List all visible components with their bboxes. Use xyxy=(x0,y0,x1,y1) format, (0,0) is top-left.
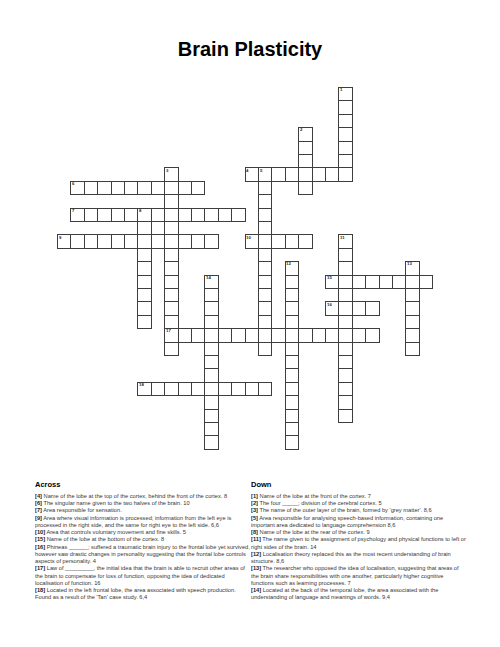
clue-down-5: [5] Area responsible for analysing speec… xyxy=(251,514,467,529)
grid-cell-r26c17[interactable] xyxy=(285,435,299,449)
grid-cell-r9c3[interactable] xyxy=(97,208,111,222)
grid-cell-r12c6[interactable] xyxy=(137,248,151,262)
grid-cell-r16c22[interactable] xyxy=(352,301,366,315)
grid-cell-r15c8[interactable] xyxy=(164,288,178,302)
grid-cell-r20c17[interactable] xyxy=(285,355,299,369)
grid-cell-r11c3[interactable] xyxy=(97,234,111,248)
grid-cell-r5c21[interactable] xyxy=(338,154,352,168)
grid-cell-r14c23[interactable] xyxy=(365,275,379,289)
grid-cell-r18c10[interactable] xyxy=(191,328,205,342)
grid-cell-r17c8[interactable] xyxy=(164,315,178,329)
grid-cell-r12c8[interactable] xyxy=(164,248,178,262)
grid-cell-r6c20[interactable] xyxy=(325,167,339,181)
grid-cell-r15c11[interactable] xyxy=(204,288,218,302)
grid-cell-r20c11[interactable] xyxy=(204,355,218,369)
grid-cell-r7c2[interactable] xyxy=(84,181,98,195)
grid-cell-r15c17[interactable] xyxy=(285,288,299,302)
grid-cell-r7c4[interactable] xyxy=(111,181,125,195)
grid-cell-r9c7[interactable] xyxy=(151,208,165,222)
grid-cell-r16c15[interactable] xyxy=(258,301,272,315)
cell-number-12: 12 xyxy=(286,262,291,266)
grid-cell-r10c15[interactable] xyxy=(258,221,272,235)
grid-cell-r7c8[interactable] xyxy=(164,181,178,195)
grid-cell-r22c13[interactable] xyxy=(231,382,245,396)
cell-number-10: 10 xyxy=(246,236,251,240)
clue-down-3: [3] The name of the outer layer of the b… xyxy=(251,507,467,514)
grid-cell-r18c11[interactable] xyxy=(204,328,218,342)
grid-cell-r15c15[interactable] xyxy=(258,288,272,302)
grid-cell-r23c11[interactable] xyxy=(204,395,218,409)
clue-across-7: [7] Area responsible for sensation. xyxy=(35,507,251,514)
grid-cell-r16c17[interactable] xyxy=(285,301,299,315)
grid-cell-r23c21[interactable] xyxy=(338,395,352,409)
clue-down-2: [2] The four _____; division of the cere… xyxy=(251,499,467,506)
clue-across-10: [10] Area that controls voluntary moveme… xyxy=(35,528,251,535)
grid-cell-r11c2[interactable] xyxy=(84,234,98,248)
grid-cell-r14c6[interactable] xyxy=(137,275,151,289)
clue-across-18: [18] Located in the left frontal lobe, t… xyxy=(35,586,251,601)
grid-cell-r18c20[interactable] xyxy=(325,328,339,342)
clue-down-8: [8] Name of the lobe at the rear of the … xyxy=(251,528,467,535)
clue-across-6: [6] The singular name given to the two h… xyxy=(35,499,251,506)
cell-number-11: 11 xyxy=(340,236,345,240)
grid-cell-r21c21[interactable] xyxy=(338,368,352,382)
grid-cell-r22c15[interactable] xyxy=(258,382,272,396)
cell-number-13: 13 xyxy=(407,262,412,266)
grid-cell-r9c13[interactable] xyxy=(231,208,245,222)
cell-number-1: 1 xyxy=(340,88,342,92)
grid-cell-r17c26[interactable] xyxy=(405,315,419,329)
grid-cell-r11c15[interactable] xyxy=(258,234,272,248)
grid-cell-r11c16[interactable] xyxy=(271,234,285,248)
grid-cell-r6c19[interactable] xyxy=(312,167,326,181)
grid-cell-r2c21[interactable] xyxy=(338,114,352,128)
grid-cell-r12c21[interactable] xyxy=(338,248,352,262)
crossword-grid: 123456789101112131415161718 xyxy=(57,87,435,451)
grid-cell-r6c16[interactable] xyxy=(271,167,285,181)
clue-across-17: [17] Law of _________, the initial idea … xyxy=(35,565,251,587)
grid-cell-r25c11[interactable] xyxy=(204,422,218,436)
cell-number-16: 16 xyxy=(327,303,332,307)
grid-cell-r7c5[interactable] xyxy=(124,181,138,195)
grid-cell-r18c17[interactable] xyxy=(285,328,299,342)
grid-cell-r6c17[interactable] xyxy=(285,167,299,181)
grid-cell-r16c21[interactable] xyxy=(338,301,352,315)
clue-across-15: [15] Name of the lobe at the bottom of t… xyxy=(35,536,251,543)
page-title: Brain Plasticity xyxy=(0,38,500,61)
grid-cell-r14c15[interactable] xyxy=(258,275,272,289)
grid-cell-r7c9[interactable] xyxy=(178,181,192,195)
across-heading: Across xyxy=(35,480,251,488)
grid-cell-r9c15[interactable] xyxy=(258,208,272,222)
grid-cell-r18c16[interactable] xyxy=(271,328,285,342)
grid-cell-r4c18[interactable] xyxy=(298,141,312,155)
grid-cell-r22c7[interactable] xyxy=(151,382,165,396)
clue-across-16: [16] Phineas ______; suffered a traumati… xyxy=(35,543,251,565)
grid-cell-r16c11[interactable] xyxy=(204,301,218,315)
grid-cell-r17c15[interactable] xyxy=(258,315,272,329)
grid-cell-r21c17[interactable] xyxy=(285,368,299,382)
grid-cell-r10c8[interactable] xyxy=(164,221,178,235)
grid-cell-r18c13[interactable] xyxy=(231,328,245,342)
grid-cell-r8c8[interactable] xyxy=(164,194,178,208)
grid-cell-r11c5[interactable] xyxy=(124,234,138,248)
grid-cell-r10c6[interactable] xyxy=(137,221,151,235)
grid-cell-r7c3[interactable] xyxy=(97,181,111,195)
grid-cell-r18c9[interactable] xyxy=(178,328,192,342)
grid-cell-r22c11[interactable] xyxy=(204,382,218,396)
grid-cell-r9c10[interactable] xyxy=(191,208,205,222)
grid-cell-r12c15[interactable] xyxy=(258,248,272,262)
grid-cell-r21c11[interactable] xyxy=(204,368,218,382)
grid-cell-r15c21[interactable] xyxy=(338,288,352,302)
cell-number-3: 3 xyxy=(166,169,168,173)
grid-cell-r14c22[interactable] xyxy=(352,275,366,289)
grid-cell-r16c26[interactable] xyxy=(405,301,419,315)
grid-cell-r11c1[interactable] xyxy=(70,234,84,248)
grid-cell-r19c15[interactable] xyxy=(258,342,272,356)
grid-cell-r23c17[interactable] xyxy=(285,395,299,409)
grid-cell-r22c8[interactable] xyxy=(164,382,178,396)
grid-cell-r22c14[interactable] xyxy=(245,382,259,396)
grid-cell-r11c10[interactable] xyxy=(191,234,205,248)
grid-cell-r26c11[interactable] xyxy=(204,435,218,449)
clue-down-14: [14] Located at the back of the temporal… xyxy=(251,586,467,601)
grid-cell-r18c21[interactable] xyxy=(338,328,352,342)
grid-cell-r11c6[interactable] xyxy=(137,234,151,248)
grid-cell-r16c8[interactable] xyxy=(164,301,178,315)
grid-cell-r14c17[interactable] xyxy=(285,275,299,289)
cell-number-5: 5 xyxy=(260,169,262,173)
grid-cell-r20c21[interactable] xyxy=(338,355,352,369)
grid-cell-r6c21[interactable] xyxy=(338,167,352,181)
grid-cell-r18c19[interactable] xyxy=(312,328,326,342)
grid-cell-r14c25[interactable] xyxy=(392,275,406,289)
grid-cell-r24c17[interactable] xyxy=(285,409,299,423)
grid-cell-r9c4[interactable] xyxy=(111,208,125,222)
grid-cell-r19c17[interactable] xyxy=(285,342,299,356)
cell-number-2: 2 xyxy=(300,128,302,132)
grid-cell-r9c5[interactable] xyxy=(124,208,138,222)
grid-cell-r3c21[interactable] xyxy=(338,127,352,141)
grid-cell-r13c8[interactable] xyxy=(164,261,178,275)
grid-cell-r13c6[interactable] xyxy=(137,261,151,275)
grid-cell-r11c17[interactable] xyxy=(285,234,299,248)
grid-cell-r17c21[interactable] xyxy=(338,315,352,329)
grid-cell-r7c10[interactable] xyxy=(191,181,205,195)
across-clue-list: [4] Name of the lobe at the top of the c… xyxy=(35,492,251,601)
grid-cell-r22c12[interactable] xyxy=(218,382,232,396)
grid-cell-r11c18[interactable] xyxy=(298,234,312,248)
grid-cell-r15c26[interactable] xyxy=(405,288,419,302)
grid-cell-r18c12[interactable] xyxy=(218,328,232,342)
grid-cell-r14c27[interactable] xyxy=(419,275,433,289)
cell-number-9: 9 xyxy=(59,236,61,240)
down-clues-column: Down [1] Name of the lobe at the front o… xyxy=(251,480,467,647)
grid-cell-r4c21[interactable] xyxy=(338,141,352,155)
grid-cell-r7c18[interactable] xyxy=(298,181,312,195)
grid-cell-r17c6[interactable] xyxy=(137,315,151,329)
grid-cell-r18c23[interactable] xyxy=(365,328,379,342)
grid-cell-r7c15[interactable] xyxy=(258,181,272,195)
cell-number-8: 8 xyxy=(139,209,141,213)
grid-cell-r17c11[interactable] xyxy=(204,315,218,329)
grid-cell-r17c17[interactable] xyxy=(285,315,299,329)
grid-cell-r6c18[interactable] xyxy=(298,167,312,181)
clue-across-4: [4] Name of the lobe at the top of the c… xyxy=(35,492,251,499)
grid-cell-r16c23[interactable] xyxy=(365,301,379,315)
grid-cell-r14c26[interactable] xyxy=(405,275,419,289)
grid-cell-r13c15[interactable] xyxy=(258,261,272,275)
grid-cell-r19c21[interactable] xyxy=(338,342,352,356)
grid-cell-r9c9[interactable] xyxy=(178,208,192,222)
grid-cell-r19c26[interactable] xyxy=(405,342,419,356)
clue-down-13: [13] The researcher who opposed the idea… xyxy=(251,565,467,587)
grid-cell-r8c15[interactable] xyxy=(258,194,272,208)
cell-number-18: 18 xyxy=(139,383,144,387)
cell-number-17: 17 xyxy=(166,329,171,333)
grid-cell-r18c18[interactable] xyxy=(298,328,312,342)
grid-cell-r11c4[interactable] xyxy=(111,234,125,248)
cell-number-14: 14 xyxy=(206,276,211,280)
grid-cell-r16c6[interactable] xyxy=(137,301,151,315)
grid-cell-r18c14[interactable] xyxy=(245,328,259,342)
clue-across-9: [9] Area where visual information is pro… xyxy=(35,514,251,529)
grid-cell-r9c11[interactable] xyxy=(204,208,218,222)
grid-cell-r11c8[interactable] xyxy=(164,234,178,248)
down-heading: Down xyxy=(251,480,467,488)
clue-down-1: [1] Name of the lobe at the front of the… xyxy=(251,492,467,499)
down-clue-list: [1] Name of the lobe at the front of the… xyxy=(251,492,467,601)
grid-cell-r22c17[interactable] xyxy=(285,382,299,396)
cell-number-7: 7 xyxy=(72,209,74,213)
grid-cell-r24c11[interactable] xyxy=(204,409,218,423)
grid-cell-r1c21[interactable] xyxy=(338,100,352,114)
crossword-page: Brain Plasticity 12345678910111213141516… xyxy=(0,0,500,647)
grid-cell-r11c11[interactable] xyxy=(204,234,218,248)
grid-cell-r19c8[interactable] xyxy=(164,342,178,356)
grid-cell-r13c21[interactable] xyxy=(338,261,352,275)
cell-number-15: 15 xyxy=(327,276,332,280)
grid-cell-r7c6[interactable] xyxy=(137,181,151,195)
grid-cell-r9c12[interactable] xyxy=(218,208,232,222)
grid-cell-r24c21[interactable] xyxy=(338,409,352,423)
grid-cell-r14c24[interactable] xyxy=(379,275,393,289)
grid-cell-r18c22[interactable] xyxy=(352,328,366,342)
across-clues-column: Across [4] Name of the lobe at the top o… xyxy=(35,480,251,647)
grid-cell-r18c15[interactable] xyxy=(258,328,272,342)
clue-down-12: [12] Localisation theory replaced this a… xyxy=(251,550,467,565)
grid-cell-r5c18[interactable] xyxy=(298,154,312,168)
grid-cell-r11c9[interactable] xyxy=(178,234,192,248)
grid-cell-r9c2[interactable] xyxy=(84,208,98,222)
grid-cell-r15c6[interactable] xyxy=(137,288,151,302)
grid-cell-r14c21[interactable] xyxy=(338,275,352,289)
clue-down-11: [11] The name given to the assignment of… xyxy=(251,536,467,551)
grid-cell-r22c21[interactable] xyxy=(338,382,352,396)
grid-cell-r22c10[interactable] xyxy=(191,382,205,396)
grid-cell-r25c17[interactable] xyxy=(285,422,299,436)
grid-cell-r11c7[interactable] xyxy=(151,234,165,248)
grid-cell-r18c26[interactable] xyxy=(405,328,419,342)
cell-number-6: 6 xyxy=(72,182,74,186)
cell-number-4: 4 xyxy=(246,169,248,173)
grid-cell-r14c8[interactable] xyxy=(164,275,178,289)
grid-cell-r19c11[interactable] xyxy=(204,342,218,356)
grid-cell-r7c7[interactable] xyxy=(151,181,165,195)
grid-cell-r9c8[interactable] xyxy=(164,208,178,222)
grid-cell-r22c9[interactable] xyxy=(178,382,192,396)
